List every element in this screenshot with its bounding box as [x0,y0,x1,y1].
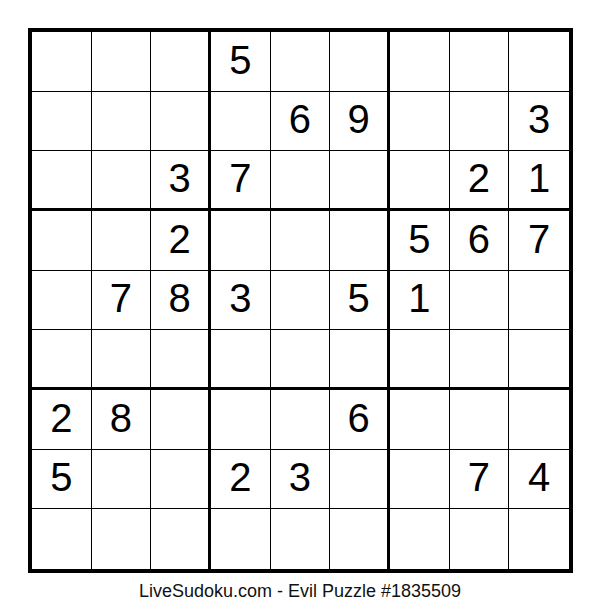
cell-r4c3[interactable]: 2 [151,211,211,271]
cell-r5c4[interactable]: 3 [211,271,271,331]
cell-r2c4[interactable] [211,92,271,152]
cell-r2c2[interactable] [92,92,152,152]
cell-r3c8[interactable]: 2 [450,151,510,211]
cell-r8c1[interactable]: 5 [32,450,92,510]
cell-r4c5[interactable] [271,211,331,271]
cell-r1c6[interactable] [330,32,390,92]
cell-r1c4[interactable]: 5 [211,32,271,92]
cell-r1c5[interactable] [271,32,331,92]
cell-r9c5[interactable] [271,509,331,569]
cell-r6c2[interactable] [92,330,152,390]
cell-r6c4[interactable] [211,330,271,390]
cell-r1c7[interactable] [390,32,450,92]
cell-r1c3[interactable] [151,32,211,92]
cell-r2c7[interactable] [390,92,450,152]
cell-r4c4[interactable] [211,211,271,271]
cell-r3c6[interactable] [330,151,390,211]
cell-r9c2[interactable] [92,509,152,569]
cell-r2c6[interactable]: 9 [330,92,390,152]
cell-r4c6[interactable] [330,211,390,271]
sudoku-board: 5693372125677835128652374 [28,28,573,573]
cell-r6c5[interactable] [271,330,331,390]
cell-r2c5[interactable]: 6 [271,92,331,152]
cell-r1c9[interactable] [509,32,569,92]
cell-r8c2[interactable] [92,450,152,510]
cell-r3c1[interactable] [32,151,92,211]
cell-r8c6[interactable] [330,450,390,510]
cell-r7c8[interactable] [450,390,510,450]
sudoku-page: © LiveSudoku.com 56933721256778351286523… [0,0,600,615]
cell-r9c1[interactable] [32,509,92,569]
cell-r2c3[interactable] [151,92,211,152]
cell-r6c8[interactable] [450,330,510,390]
cell-r7c3[interactable] [151,390,211,450]
cell-r7c7[interactable] [390,390,450,450]
cell-r4c2[interactable] [92,211,152,271]
cell-r8c4[interactable]: 2 [211,450,271,510]
cell-r7c4[interactable] [211,390,271,450]
cell-r4c9[interactable]: 7 [509,211,569,271]
cell-r5c8[interactable] [450,271,510,331]
cell-r1c8[interactable] [450,32,510,92]
cell-r6c9[interactable] [509,330,569,390]
cell-r5c3[interactable]: 8 [151,271,211,331]
cell-r3c7[interactable] [390,151,450,211]
cell-r3c5[interactable] [271,151,331,211]
cell-r6c3[interactable] [151,330,211,390]
cell-r9c9[interactable] [509,509,569,569]
cell-r4c8[interactable]: 6 [450,211,510,271]
cell-r8c3[interactable] [151,450,211,510]
cell-r1c2[interactable] [92,32,152,92]
cell-r7c2[interactable]: 8 [92,390,152,450]
cell-r9c4[interactable] [211,509,271,569]
cell-r8c9[interactable]: 4 [509,450,569,510]
cell-r6c1[interactable] [32,330,92,390]
cell-r2c8[interactable] [450,92,510,152]
cell-r5c2[interactable]: 7 [92,271,152,331]
cell-r5c1[interactable] [32,271,92,331]
cell-r2c9[interactable]: 3 [509,92,569,152]
cell-r7c5[interactable] [271,390,331,450]
cell-r3c2[interactable] [92,151,152,211]
cell-r3c9[interactable]: 1 [509,151,569,211]
cell-r3c3[interactable]: 3 [151,151,211,211]
cell-r9c3[interactable] [151,509,211,569]
cell-r8c5[interactable]: 3 [271,450,331,510]
cell-r4c1[interactable] [32,211,92,271]
cell-r7c9[interactable] [509,390,569,450]
cell-r6c7[interactable] [390,330,450,390]
cell-r6c6[interactable] [330,330,390,390]
cell-r2c1[interactable] [32,92,92,152]
cell-r8c8[interactable]: 7 [450,450,510,510]
cell-r4c7[interactable]: 5 [390,211,450,271]
puzzle-caption: LiveSudoku.com - Evil Puzzle #1835509 [0,581,600,602]
cell-r5c6[interactable]: 5 [330,271,390,331]
cell-r1c1[interactable] [32,32,92,92]
cell-r9c7[interactable] [390,509,450,569]
cell-r7c1[interactable]: 2 [32,390,92,450]
cell-r3c4[interactable]: 7 [211,151,271,211]
cell-r5c5[interactable] [271,271,331,331]
cell-r5c7[interactable]: 1 [390,271,450,331]
cell-r7c6[interactable]: 6 [330,390,390,450]
cell-r9c8[interactable] [450,509,510,569]
cell-r5c9[interactable] [509,271,569,331]
cell-r8c7[interactable] [390,450,450,510]
cell-r9c6[interactable] [330,509,390,569]
